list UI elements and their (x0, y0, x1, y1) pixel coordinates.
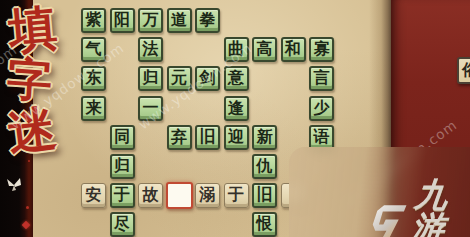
grid-cell-r5c4: 弃 (167, 125, 192, 150)
grid-cell-r4c1: 来 (81, 96, 106, 121)
grid-cell-r6c2: 归 (110, 154, 135, 179)
grid-cell-r7c6[interactable]: 于 (224, 183, 249, 208)
grid-cell-r4c6: 逢 (224, 96, 249, 121)
grid-cell-r2c8: 和 (281, 37, 306, 62)
grid-cell-r2c3: 法 (138, 37, 163, 62)
grid-cell-r2c6: 曲 (224, 37, 249, 62)
title-char-mi: 迷 (5, 103, 58, 156)
grid-cell-r3c9: 言 (309, 66, 334, 91)
jiuyou-g-icon (372, 196, 409, 237)
decor-dot (28, 160, 30, 162)
grid-cell-r3c3: 归 (138, 66, 163, 91)
grid-cell-r7c4[interactable] (166, 182, 193, 209)
grid-cell-r5c6: 迎 (224, 125, 249, 150)
grid-cell-r3c5: 剑 (195, 66, 220, 91)
game-screen: 填 字 迷 紫阳万道拳气法曲高和寡东归元剑意言来一逢少同弃旧迎新语归仇安于故溺于… (0, 0, 470, 237)
grid-cell-r5c2: 同 (110, 125, 135, 150)
grid-cell-r3c1: 东 (81, 66, 106, 91)
grid-cell-r4c3: 一 (138, 96, 163, 121)
jiuyou-logo-text: 九游 (410, 178, 470, 237)
grid-cell-r7c3[interactable]: 故 (138, 183, 163, 208)
grid-cell-r2c9: 寡 (309, 37, 334, 62)
jiuyou-logo: 九游 (372, 178, 470, 237)
grid-cell-r2c1: 气 (81, 37, 106, 62)
title-char-zi: 字 (5, 55, 53, 103)
grid-cell-r1c1: 紫 (81, 8, 106, 33)
grid-cell-r3c4: 元 (167, 66, 192, 91)
grid-cell-r7c2: 于 (110, 183, 135, 208)
grid-cell-r7c5[interactable]: 溺 (195, 183, 220, 208)
grid-cell-r8c2: 尽 (110, 212, 135, 237)
grid-cell-r1c4: 道 (167, 8, 192, 33)
grid-cell-r1c2: 阳 (110, 8, 135, 33)
grid-cell-r3c6: 意 (224, 66, 249, 91)
grid-cell-r5c7: 新 (252, 125, 277, 150)
grid-cell-r4c9: 少 (309, 96, 334, 121)
grid-cell-r6c7: 仇 (252, 154, 277, 179)
grid-cell-r1c3: 万 (138, 8, 163, 33)
butterfly-icon (6, 177, 23, 192)
grid-cell-r8c7: 恨 (252, 212, 277, 237)
decor-dot (26, 206, 29, 209)
grid-cell-r5c5: 旧 (195, 125, 220, 150)
grid-cell-r2c7: 高 (252, 37, 277, 62)
grid-cell-r7c1[interactable]: 安 (81, 183, 106, 208)
candidate-tile[interactable]: 俗 (457, 57, 470, 84)
title-char-tian: 填 (7, 3, 59, 55)
grid-cell-r7c7: 旧 (252, 183, 277, 208)
grid-cell-r1c5: 拳 (195, 8, 220, 33)
